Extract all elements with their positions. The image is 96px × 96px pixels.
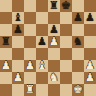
square-a1[interactable] — [0, 84, 12, 96]
square-f5[interactable] — [60, 36, 72, 48]
square-d7[interactable] — [36, 12, 48, 24]
piece-black-king[interactable]: ♚ — [61, 0, 71, 12]
square-g3[interactable] — [72, 60, 84, 72]
piece-white-pawn[interactable]: ♟ — [1, 60, 11, 72]
piece-black-knight[interactable]: ♞ — [73, 36, 83, 48]
piece-black-pawn[interactable]: ♟ — [85, 12, 95, 24]
piece-white-king[interactable]: ♚ — [73, 84, 83, 96]
square-d8[interactable] — [36, 0, 48, 12]
square-h3[interactable]: ♟ — [84, 60, 96, 72]
square-d1[interactable] — [36, 84, 48, 96]
square-e3[interactable] — [48, 60, 60, 72]
square-a8[interactable] — [0, 0, 12, 12]
piece-white-pawn[interactable]: ♟ — [49, 36, 59, 48]
square-f6[interactable] — [60, 24, 72, 36]
piece-white-rook[interactable]: ♜ — [25, 84, 35, 96]
piece-black-pawn[interactable]: ♟ — [49, 24, 59, 36]
square-h7[interactable]: ♟ — [84, 12, 96, 24]
square-d3[interactable]: ♝ — [36, 60, 48, 72]
square-g2[interactable] — [72, 72, 84, 84]
square-d2[interactable] — [36, 72, 48, 84]
square-c3[interactable]: ♟ — [24, 60, 36, 72]
square-g4[interactable] — [72, 48, 84, 60]
square-c7[interactable] — [24, 12, 36, 24]
square-g1[interactable]: ♚ — [72, 84, 84, 96]
piece-black-rook[interactable]: ♜ — [49, 0, 59, 12]
square-f7[interactable] — [60, 12, 72, 24]
square-b2[interactable]: ♟ — [12, 72, 24, 84]
square-c5[interactable] — [24, 36, 36, 48]
piece-white-pawn[interactable]: ♟ — [85, 60, 95, 72]
square-e6[interactable]: ♟ — [48, 24, 60, 36]
piece-white-pawn[interactable]: ♟ — [13, 72, 23, 84]
square-f4[interactable] — [60, 48, 72, 60]
square-b4[interactable] — [12, 48, 24, 60]
square-e8[interactable]: ♜ — [48, 0, 60, 12]
square-c1[interactable]: ♜ — [24, 84, 36, 96]
piece-white-bishop[interactable]: ♝ — [37, 60, 47, 72]
piece-black-rook[interactable]: ♜ — [1, 36, 11, 48]
square-a7[interactable] — [0, 12, 12, 24]
square-e7[interactable] — [48, 12, 60, 24]
piece-black-pawn[interactable]: ♟ — [13, 24, 23, 36]
piece-white-pawn[interactable]: ♟ — [25, 60, 35, 72]
square-e1[interactable] — [48, 84, 60, 96]
square-c8[interactable] — [24, 0, 36, 12]
square-h5[interactable] — [84, 36, 96, 48]
chess-board: ♜♚♝♟♟♟♟♜♟♟♞♟♟♝♟♟♞♟♜♚ — [0, 0, 96, 96]
square-a2[interactable] — [0, 72, 12, 84]
square-h4[interactable] — [84, 48, 96, 60]
square-f2[interactable] — [60, 72, 72, 84]
square-f3[interactable] — [60, 60, 72, 72]
piece-black-pawn[interactable]: ♟ — [37, 36, 47, 48]
square-a6[interactable] — [0, 24, 12, 36]
square-a5[interactable]: ♜ — [0, 36, 12, 48]
square-c6[interactable] — [24, 24, 36, 36]
square-g6[interactable] — [72, 24, 84, 36]
square-f1[interactable] — [60, 84, 72, 96]
square-d4[interactable] — [36, 48, 48, 60]
square-f8[interactable]: ♚ — [60, 0, 72, 12]
square-b7[interactable]: ♝ — [12, 12, 24, 24]
square-d5[interactable]: ♟ — [36, 36, 48, 48]
square-a3[interactable]: ♟ — [0, 60, 12, 72]
square-d6[interactable] — [36, 24, 48, 36]
square-e4[interactable] — [48, 48, 60, 60]
square-c4[interactable] — [24, 48, 36, 60]
square-h2[interactable]: ♟ — [84, 72, 96, 84]
piece-white-pawn[interactable]: ♟ — [85, 72, 95, 84]
square-b5[interactable] — [12, 36, 24, 48]
square-b3[interactable] — [12, 60, 24, 72]
square-h8[interactable] — [84, 0, 96, 12]
square-h1[interactable] — [84, 84, 96, 96]
piece-black-bishop[interactable]: ♝ — [13, 12, 23, 24]
square-g7[interactable]: ♟ — [72, 12, 84, 24]
square-e5[interactable]: ♟ — [48, 36, 60, 48]
square-b8[interactable] — [12, 0, 24, 12]
square-a4[interactable] — [0, 48, 12, 60]
piece-black-pawn[interactable]: ♟ — [73, 12, 83, 24]
square-h6[interactable] — [84, 24, 96, 36]
square-c2[interactable] — [24, 72, 36, 84]
square-g5[interactable]: ♞ — [72, 36, 84, 48]
square-b6[interactable]: ♟ — [12, 24, 24, 36]
piece-white-knight[interactable]: ♞ — [49, 72, 59, 84]
square-g8[interactable] — [72, 0, 84, 12]
square-e2[interactable]: ♞ — [48, 72, 60, 84]
square-b1[interactable] — [12, 84, 24, 96]
